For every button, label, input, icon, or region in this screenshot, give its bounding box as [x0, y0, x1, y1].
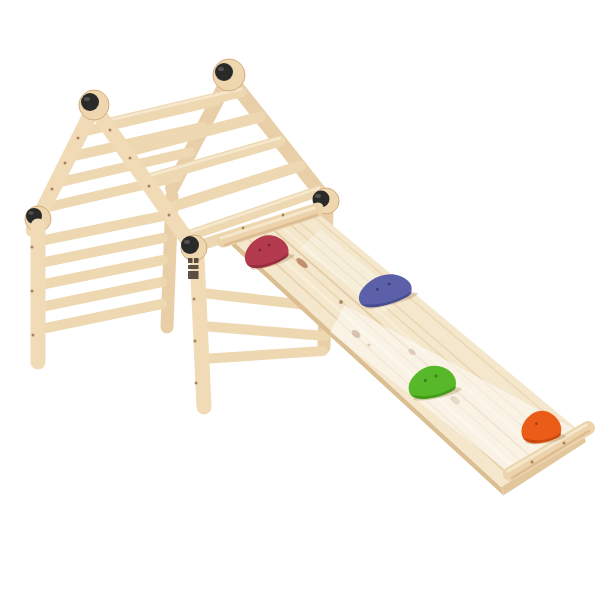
knob-highlight: [28, 211, 33, 215]
screw-head: [194, 340, 197, 343]
screw-head: [64, 162, 67, 165]
screw-head: [195, 382, 198, 385]
knob-highlight: [84, 97, 90, 101]
screw-head: [129, 157, 132, 160]
screw-head: [31, 290, 34, 293]
screw-head: [77, 137, 80, 140]
screw-head: [563, 442, 566, 445]
screw-head: [109, 129, 112, 132]
logo-mark: [188, 265, 199, 269]
logo-mark: [188, 258, 193, 263]
knob-highlight: [315, 194, 321, 198]
product-photo: [0, 0, 600, 600]
climbing-frame-illustration: [0, 0, 600, 600]
connector-knob: [215, 63, 233, 81]
screw-head: [282, 214, 285, 217]
screw-head: [242, 227, 245, 230]
screw-head: [32, 334, 35, 337]
knob-highlight: [184, 240, 190, 244]
screw-head: [51, 188, 54, 191]
screw-head: [193, 298, 196, 301]
connector-knob: [81, 93, 99, 111]
knob-highlight: [218, 67, 224, 71]
screw-head: [531, 461, 534, 464]
screw-head: [31, 246, 34, 249]
logo-mark: [188, 271, 199, 279]
connector-knob: [181, 236, 199, 254]
wood-knot: [339, 300, 343, 304]
screw-head: [148, 185, 151, 188]
screw-head: [168, 214, 171, 217]
logo-mark: [194, 258, 199, 263]
